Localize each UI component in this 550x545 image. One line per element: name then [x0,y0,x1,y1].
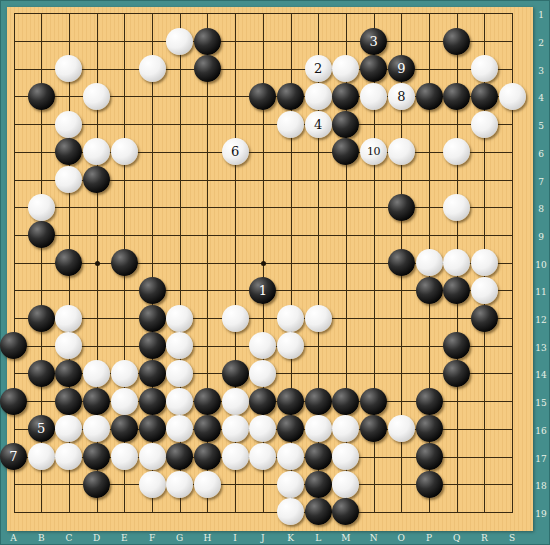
stone-black-E10[interactable] [111,249,138,276]
stone-black-A17[interactable]: 7 [0,443,27,470]
stone-black-H17[interactable] [194,443,221,470]
stone-white-F3[interactable] [139,55,166,82]
row-label-3: 3 [538,66,544,75]
stone-white-E6[interactable] [111,138,138,165]
stone-black-D15[interactable] [83,388,110,415]
stone-black-K15[interactable] [277,388,304,415]
stone-white-M17[interactable] [332,443,359,470]
stone-white-D16[interactable] [83,415,110,442]
stone-white-S4[interactable] [499,83,526,110]
move-number-label: 4 [314,118,322,131]
stone-black-M19[interactable] [332,498,359,525]
stone-white-I6[interactable]: 6 [222,138,249,165]
go-board-diagram: 32984610157 ABCDEFGHIJKLMNOPQRS 12345678… [0,0,550,545]
stone-white-D6[interactable] [83,138,110,165]
row-label-11: 11 [535,288,546,297]
move-number-label: 6 [231,145,239,158]
column-label-B: B [38,534,45,543]
stone-white-L16[interactable] [305,415,332,442]
stone-black-I14[interactable] [222,360,249,387]
stone-white-O6[interactable] [388,138,415,165]
stone-white-E14[interactable] [111,360,138,387]
stone-white-C12[interactable] [55,305,82,332]
stone-black-Q13[interactable] [443,332,470,359]
stone-black-J4[interactable] [249,83,276,110]
stone-black-F16[interactable] [139,415,166,442]
stone-white-R10[interactable] [471,249,498,276]
stone-white-F17[interactable] [139,443,166,470]
stone-black-O3[interactable]: 9 [388,55,415,82]
stone-black-F13[interactable] [139,332,166,359]
stone-white-L5[interactable]: 4 [305,111,332,138]
row-label-18: 18 [535,482,546,491]
row-label-5: 5 [538,122,544,131]
move-number-label: 5 [37,422,45,435]
move-number-label: 8 [397,90,405,103]
move-number-label: 1 [259,284,267,297]
stone-white-G13[interactable] [166,332,193,359]
stone-black-N2[interactable]: 3 [360,28,387,55]
row-label-1: 1 [538,11,544,20]
stone-white-P10[interactable] [416,249,443,276]
stone-white-G18[interactable] [166,471,193,498]
stone-black-D18[interactable] [83,471,110,498]
stone-white-F18[interactable] [139,471,166,498]
stone-white-I16[interactable] [222,415,249,442]
stone-black-M15[interactable] [332,388,359,415]
stone-white-J14[interactable] [249,360,276,387]
stone-white-G2[interactable] [166,28,193,55]
stone-white-J16[interactable] [249,415,276,442]
stone-black-G17[interactable] [166,443,193,470]
stone-white-K17[interactable] [277,443,304,470]
column-label-I: I [233,534,237,543]
stone-black-Q14[interactable] [443,360,470,387]
stone-white-L3[interactable]: 2 [305,55,332,82]
column-label-Q: Q [453,534,460,543]
move-number-label: 2 [314,62,322,75]
stone-black-O8[interactable] [388,194,415,221]
stone-white-Q10[interactable] [443,249,470,276]
stone-white-I17[interactable] [222,443,249,470]
row-label-7: 7 [538,177,544,186]
stone-white-I15[interactable] [222,388,249,415]
column-label-S: S [509,534,515,543]
row-label-19: 19 [535,509,546,518]
stone-white-C7[interactable] [55,166,82,193]
stone-white-M3[interactable] [332,55,359,82]
star-point [95,261,100,266]
stone-black-P17[interactable] [416,443,443,470]
stone-white-K18[interactable] [277,471,304,498]
stone-white-G14[interactable] [166,360,193,387]
stone-black-B16[interactable]: 5 [28,415,55,442]
grid-line-horizontal [14,512,514,513]
stone-white-K12[interactable] [277,305,304,332]
stone-white-I12[interactable] [222,305,249,332]
stone-black-P16[interactable] [416,415,443,442]
column-label-P: P [426,534,432,543]
stone-black-F12[interactable] [139,305,166,332]
stone-black-C15[interactable] [55,388,82,415]
stone-white-N4[interactable] [360,83,387,110]
column-label-C: C [65,534,72,543]
move-number-label: 7 [9,450,17,463]
stone-black-L18[interactable] [305,471,332,498]
stone-black-K4[interactable] [277,83,304,110]
stone-black-D7[interactable] [83,166,110,193]
stone-black-L17[interactable] [305,443,332,470]
stone-black-B12[interactable] [28,305,55,332]
stone-white-G15[interactable] [166,388,193,415]
go-board[interactable]: 32984610157 [7,7,533,531]
stone-white-M16[interactable] [332,415,359,442]
stone-white-C13[interactable] [55,332,82,359]
stone-white-D4[interactable] [83,83,110,110]
stone-white-C16[interactable] [55,415,82,442]
stone-black-Q11[interactable] [443,277,470,304]
stone-white-R11[interactable] [471,277,498,304]
row-label-15: 15 [535,399,546,408]
stone-white-H18[interactable] [194,471,221,498]
stone-black-H15[interactable] [194,388,221,415]
stone-white-Q6[interactable] [443,138,470,165]
column-label-H: H [203,534,211,543]
row-label-13: 13 [535,343,546,352]
stone-black-B14[interactable] [28,360,55,387]
stone-black-M5[interactable] [332,111,359,138]
stone-black-F15[interactable] [139,388,166,415]
stone-white-B17[interactable] [28,443,55,470]
stone-black-L15[interactable] [305,388,332,415]
column-label-M: M [341,534,350,543]
column-label-L: L [315,534,321,543]
stone-white-G16[interactable] [166,415,193,442]
column-label-A: A [10,534,17,543]
stone-black-N3[interactable] [360,55,387,82]
stone-white-E15[interactable] [111,388,138,415]
stone-white-K19[interactable] [277,498,304,525]
row-label-16: 16 [535,426,546,435]
stone-black-C14[interactable] [55,360,82,387]
row-label-8: 8 [538,205,544,214]
stone-black-N16[interactable] [360,415,387,442]
stone-white-O4[interactable]: 8 [388,83,415,110]
stone-white-K13[interactable] [277,332,304,359]
move-number-label: 3 [369,35,377,48]
stone-black-R12[interactable] [471,305,498,332]
move-number-label: 10 [367,146,380,157]
stone-black-B4[interactable] [28,83,55,110]
row-label-2: 2 [538,39,544,48]
stone-black-P11[interactable] [416,277,443,304]
column-label-K: K [287,534,294,543]
stone-white-C5[interactable] [55,111,82,138]
row-label-10: 10 [535,260,546,269]
stone-white-N6[interactable]: 10 [360,138,387,165]
star-point [261,261,266,266]
stone-black-N15[interactable] [360,388,387,415]
stone-black-H3[interactable] [194,55,221,82]
stone-white-C17[interactable] [55,443,82,470]
row-label-4: 4 [538,94,544,103]
stone-black-H16[interactable] [194,415,221,442]
stone-white-O16[interactable] [388,415,415,442]
stone-black-F14[interactable] [139,360,166,387]
stone-white-L4[interactable] [305,83,332,110]
column-label-J: J [261,534,265,543]
stone-black-R4[interactable] [471,83,498,110]
column-label-D: D [93,534,100,543]
column-label-G: G [176,534,183,543]
stone-white-Q8[interactable] [443,194,470,221]
stone-black-A13[interactable] [0,332,27,359]
stone-black-K16[interactable] [277,415,304,442]
stone-white-B8[interactable] [28,194,55,221]
column-label-R: R [481,534,488,543]
row-label-12: 12 [535,316,546,325]
stone-black-J15[interactable] [249,388,276,415]
stone-black-M4[interactable] [332,83,359,110]
stone-white-E17[interactable] [111,443,138,470]
grid-line-horizontal [14,318,514,319]
move-number-label: 9 [397,62,405,75]
stone-black-Q2[interactable] [443,28,470,55]
stone-black-A15[interactable] [0,388,27,415]
stone-black-H2[interactable] [194,28,221,55]
stone-black-P15[interactable] [416,388,443,415]
stone-white-J13[interactable] [249,332,276,359]
row-label-9: 9 [538,232,544,241]
stone-black-C10[interactable] [55,249,82,276]
stone-black-O10[interactable] [388,249,415,276]
row-label-17: 17 [535,454,546,463]
stone-black-P18[interactable] [416,471,443,498]
stone-white-M18[interactable] [332,471,359,498]
stone-black-E16[interactable] [111,415,138,442]
row-label-6: 6 [538,149,544,158]
stone-white-L12[interactable] [305,305,332,332]
column-label-N: N [370,534,378,543]
stone-black-B9[interactable] [28,221,55,248]
column-label-E: E [121,534,128,543]
stone-white-R5[interactable] [471,111,498,138]
stone-white-R3[interactable] [471,55,498,82]
stone-black-Q4[interactable] [443,83,470,110]
stone-white-D14[interactable] [83,360,110,387]
stone-black-D17[interactable] [83,443,110,470]
stone-white-C3[interactable] [55,55,82,82]
stone-black-L19[interactable] [305,498,332,525]
row-label-14: 14 [535,371,546,380]
column-label-O: O [398,534,405,543]
stone-white-J17[interactable] [249,443,276,470]
stone-black-M6[interactable] [332,138,359,165]
stone-white-K5[interactable] [277,111,304,138]
stone-black-P4[interactable] [416,83,443,110]
stone-white-G12[interactable] [166,305,193,332]
stone-black-F11[interactable] [139,277,166,304]
column-label-F: F [149,534,155,543]
stone-black-C6[interactable] [55,138,82,165]
stone-black-J11[interactable]: 1 [249,277,276,304]
